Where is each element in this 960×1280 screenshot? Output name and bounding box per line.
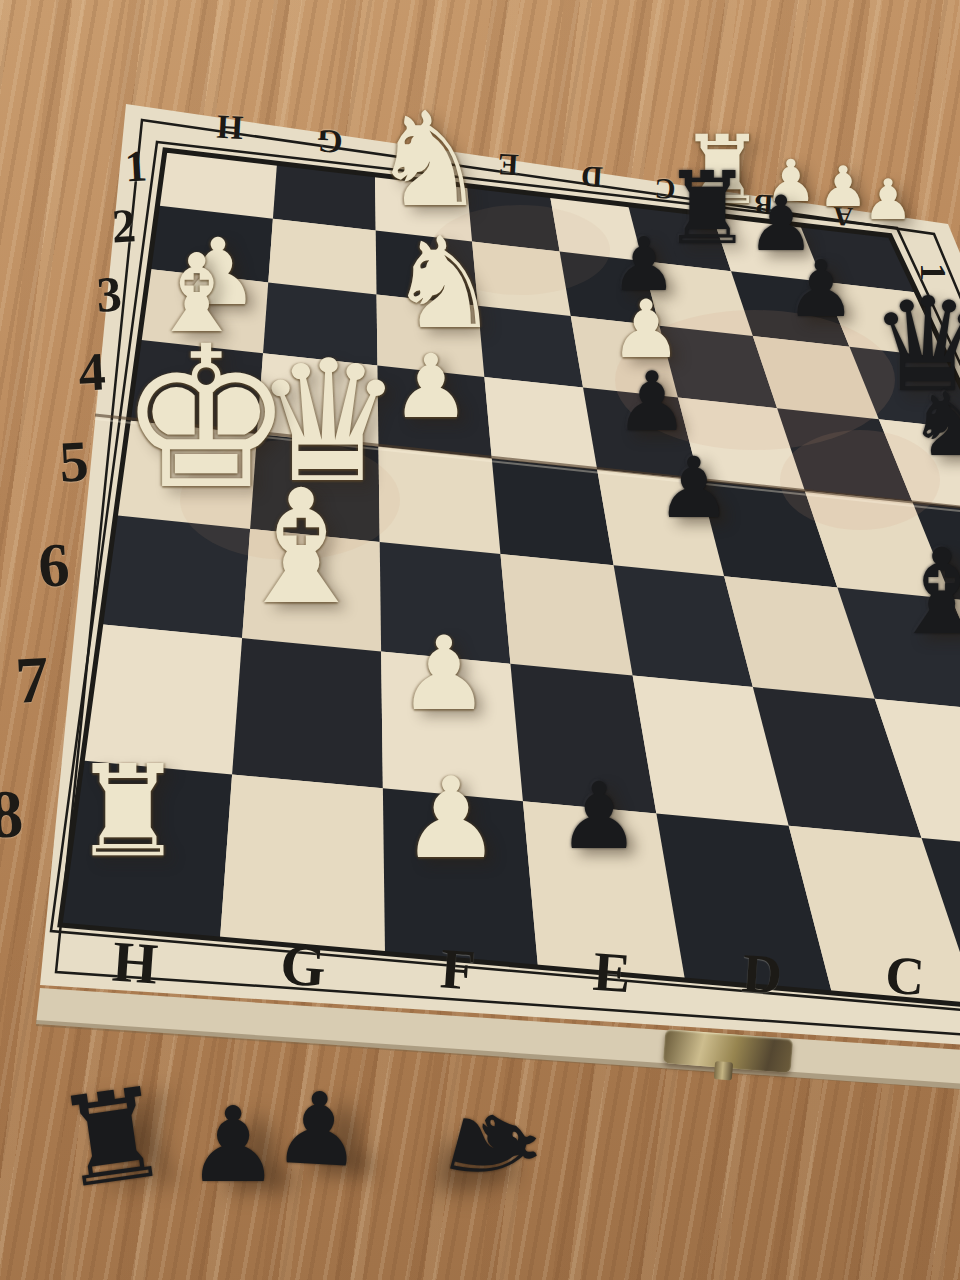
captured-white-pawn-2[interactable]: ♟	[818, 159, 868, 215]
square-e4[interactable]	[484, 377, 597, 469]
square-g7[interactable]	[232, 638, 383, 788]
piece-white-knight-f1[interactable]: ♞	[371, 95, 488, 225]
piece-black-knight-a4[interactable]: ♞	[909, 381, 960, 469]
piece-black-pawn-b2[interactable]: ♟	[786, 250, 856, 328]
piece-black-pawn-e8[interactable]: ♟	[558, 771, 640, 863]
square-e5[interactable]	[492, 458, 614, 565]
captured-black-pawn-1[interactable]: ♟	[186, 1093, 279, 1197]
square-g2[interactable]	[268, 219, 376, 295]
square-e6[interactable]	[500, 554, 632, 676]
piece-white-knight-f3[interactable]: ♞	[388, 221, 501, 347]
piece-black-pawn-d4[interactable]: ♟	[615, 361, 689, 443]
square-g8[interactable]	[220, 774, 385, 953]
clasp-hook	[714, 1061, 733, 1080]
piece-black-bishop-b6[interactable]: ♝	[889, 533, 960, 651]
piece-white-bishop-g6[interactable]: ♝	[230, 468, 372, 626]
piece-white-rook-h8[interactable]: ♜	[72, 749, 185, 875]
piece-white-pawn-f7[interactable]: ♟	[398, 623, 489, 725]
captured-white-pawn-3[interactable]: ♟	[863, 172, 913, 228]
piece-white-pawn-f8[interactable]: ♟	[401, 762, 501, 874]
piece-black-pawn-d5[interactable]: ♟	[656, 446, 731, 530]
captured-black-pawn-2[interactable]: ♟	[271, 1078, 366, 1183]
captured-black-rook-0[interactable]: ♜	[48, 1069, 175, 1207]
